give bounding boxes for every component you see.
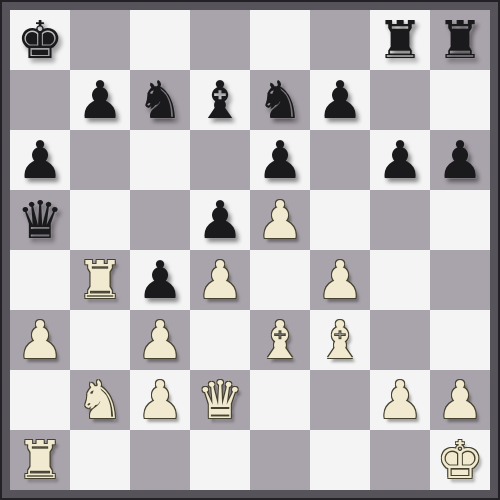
black-pawn[interactable]: ♟ [317,74,364,126]
white-rook[interactable]: ♜ [17,434,64,486]
square-g8[interactable]: ♜ [370,10,430,70]
square-h4[interactable] [430,250,490,310]
black-pawn[interactable]: ♟ [257,134,304,186]
square-h6[interactable]: ♟ [430,130,490,190]
black-king[interactable]: ♚ [17,14,64,66]
black-pawn[interactable]: ♟ [137,254,184,306]
square-d7[interactable]: ♝ [190,70,250,130]
square-c4[interactable]: ♟ [130,250,190,310]
square-f1[interactable] [310,430,370,490]
square-d5[interactable]: ♟ [190,190,250,250]
square-f7[interactable]: ♟ [310,70,370,130]
black-pawn[interactable]: ♟ [197,194,244,246]
square-b3[interactable] [70,310,130,370]
square-g6[interactable]: ♟ [370,130,430,190]
square-b8[interactable] [70,10,130,70]
square-b1[interactable] [70,430,130,490]
square-d6[interactable] [190,130,250,190]
white-bishop[interactable]: ♝ [317,314,364,366]
square-d2[interactable]: ♛ [190,370,250,430]
square-e3[interactable]: ♝ [250,310,310,370]
white-pawn[interactable]: ♟ [137,374,184,426]
black-pawn[interactable]: ♟ [377,134,424,186]
square-g3[interactable] [370,310,430,370]
square-a1[interactable]: ♜ [10,430,70,490]
square-e8[interactable] [250,10,310,70]
square-d1[interactable] [190,430,250,490]
square-c2[interactable]: ♟ [130,370,190,430]
square-c1[interactable] [130,430,190,490]
square-b6[interactable] [70,130,130,190]
black-rook[interactable]: ♜ [437,14,484,66]
square-c8[interactable] [130,10,190,70]
square-a5[interactable]: ♛ [10,190,70,250]
square-d3[interactable] [190,310,250,370]
white-pawn[interactable]: ♟ [17,314,64,366]
square-e4[interactable] [250,250,310,310]
square-g4[interactable] [370,250,430,310]
square-f6[interactable] [310,130,370,190]
square-h7[interactable] [430,70,490,130]
white-pawn[interactable]: ♟ [437,374,484,426]
square-d4[interactable]: ♟ [190,250,250,310]
square-c5[interactable] [130,190,190,250]
square-a6[interactable]: ♟ [10,130,70,190]
square-f4[interactable]: ♟ [310,250,370,310]
square-c7[interactable]: ♞ [130,70,190,130]
square-g1[interactable] [370,430,430,490]
square-a8[interactable]: ♚ [10,10,70,70]
square-b2[interactable]: ♞ [70,370,130,430]
white-pawn[interactable]: ♟ [197,254,244,306]
square-f5[interactable] [310,190,370,250]
black-queen[interactable]: ♛ [17,194,64,246]
white-pawn[interactable]: ♟ [137,314,184,366]
black-pawn[interactable]: ♟ [437,134,484,186]
square-e7[interactable]: ♞ [250,70,310,130]
square-a2[interactable] [10,370,70,430]
square-c6[interactable] [130,130,190,190]
black-pawn[interactable]: ♟ [77,74,124,126]
white-bishop[interactable]: ♝ [257,314,304,366]
white-queen[interactable]: ♛ [197,374,244,426]
square-e2[interactable] [250,370,310,430]
square-a4[interactable] [10,250,70,310]
square-f3[interactable]: ♝ [310,310,370,370]
square-g7[interactable] [370,70,430,130]
square-e5[interactable]: ♟ [250,190,310,250]
square-h8[interactable]: ♜ [430,10,490,70]
black-bishop[interactable]: ♝ [197,74,244,126]
square-c3[interactable]: ♟ [130,310,190,370]
square-e1[interactable] [250,430,310,490]
square-f8[interactable] [310,10,370,70]
white-pawn[interactable]: ♟ [257,194,304,246]
square-b5[interactable] [70,190,130,250]
square-h5[interactable] [430,190,490,250]
white-king[interactable]: ♚ [437,434,484,486]
square-b7[interactable]: ♟ [70,70,130,130]
chess-board: ♚♜♜♟♞♝♞♟♟♟♟♟♛♟♟♜♟♟♟♟♟♝♝♞♟♛♟♟♜♚ [10,10,490,490]
square-f2[interactable] [310,370,370,430]
square-h1[interactable]: ♚ [430,430,490,490]
square-h3[interactable] [430,310,490,370]
white-knight[interactable]: ♞ [77,374,124,426]
board-frame: ♚♜♜♟♞♝♞♟♟♟♟♟♛♟♟♜♟♟♟♟♟♝♝♞♟♛♟♟♜♚ [0,0,500,500]
square-d8[interactable] [190,10,250,70]
square-g5[interactable] [370,190,430,250]
black-knight[interactable]: ♞ [137,74,184,126]
black-knight[interactable]: ♞ [257,74,304,126]
square-e6[interactable]: ♟ [250,130,310,190]
white-rook[interactable]: ♜ [77,254,124,306]
black-rook[interactable]: ♜ [377,14,424,66]
white-pawn[interactable]: ♟ [377,374,424,426]
square-g2[interactable]: ♟ [370,370,430,430]
square-b4[interactable]: ♜ [70,250,130,310]
square-h2[interactable]: ♟ [430,370,490,430]
black-pawn[interactable]: ♟ [17,134,64,186]
square-a7[interactable] [10,70,70,130]
square-a3[interactable]: ♟ [10,310,70,370]
white-pawn[interactable]: ♟ [317,254,364,306]
